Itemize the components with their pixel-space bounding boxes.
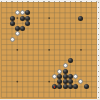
column-label-tick <box>38 1 39 2</box>
row-label-tick <box>98 2 100 3</box>
white-stone <box>15 31 20 36</box>
black-stone <box>10 16 15 21</box>
column-label-tick <box>17 1 18 2</box>
column-label-tick <box>6 1 7 2</box>
black-stone <box>63 74 68 79</box>
column-label-tick <box>22 1 23 2</box>
column-label-tick <box>43 1 44 2</box>
column-label-tick <box>11 1 12 2</box>
black-stone <box>57 74 62 79</box>
row-label-tick <box>98 71 100 72</box>
white-stone <box>63 63 68 68</box>
column-label-tick <box>1 1 2 2</box>
black-stone <box>15 26 20 31</box>
white-stone <box>78 79 83 84</box>
column-label-tick <box>48 1 49 2</box>
row-label-tick <box>98 23 100 24</box>
black-stone <box>73 84 78 89</box>
white-stone <box>15 10 20 15</box>
column-label-tick <box>75 1 76 2</box>
bottom-edge-strip <box>0 99 100 100</box>
row-label-tick <box>98 18 100 19</box>
stones-layer <box>0 0 100 100</box>
column-label-tick <box>59 1 60 2</box>
row-label-tick <box>98 76 100 77</box>
white-stone <box>73 74 78 79</box>
column-label-tick <box>27 1 28 2</box>
column-label-tick <box>70 1 71 2</box>
row-label-tick <box>98 49 100 50</box>
row-label-tick <box>98 39 100 40</box>
row-label-tick <box>98 28 100 29</box>
black-stone <box>52 84 57 89</box>
black-stone <box>20 16 25 21</box>
row-label-tick <box>98 12 100 13</box>
black-stone <box>57 79 62 84</box>
black-stone <box>20 26 25 31</box>
column-label-tick <box>33 1 34 2</box>
black-stone <box>68 79 73 84</box>
go-board[interactable] <box>0 0 100 100</box>
row-label-tick <box>98 55 100 56</box>
black-stone <box>25 10 30 15</box>
black-stone <box>84 84 89 89</box>
black-stone <box>78 16 83 21</box>
column-label-tick <box>86 1 87 2</box>
black-stone <box>68 58 73 63</box>
white-stone <box>20 10 25 15</box>
right-coordinate-strip <box>97 0 100 100</box>
white-stone <box>52 74 57 79</box>
black-stone <box>25 21 30 26</box>
column-label-tick <box>80 1 81 2</box>
row-label-tick <box>98 87 100 88</box>
row-label-tick <box>98 65 100 66</box>
row-label-tick <box>98 92 100 93</box>
black-stone <box>68 84 73 89</box>
black-stone <box>63 84 68 89</box>
column-label-tick <box>91 1 92 2</box>
black-stone <box>57 84 62 89</box>
row-label-tick <box>98 34 100 35</box>
black-stone <box>63 79 68 84</box>
column-label-tick <box>54 1 55 2</box>
black-stone <box>63 69 68 74</box>
go-app-window <box>0 0 100 100</box>
row-label-tick <box>98 81 100 82</box>
white-stone <box>10 37 15 42</box>
row-label-tick <box>98 97 100 98</box>
black-stone <box>68 74 73 79</box>
row-label-tick <box>98 7 100 8</box>
black-stone <box>25 16 30 21</box>
white-stone <box>57 69 62 74</box>
column-label-tick <box>64 1 65 2</box>
row-label-tick <box>98 60 100 61</box>
last-move-marker <box>54 86 56 88</box>
black-stone <box>10 21 15 26</box>
top-coordinate-strip <box>0 0 97 2</box>
row-label-tick <box>98 44 100 45</box>
